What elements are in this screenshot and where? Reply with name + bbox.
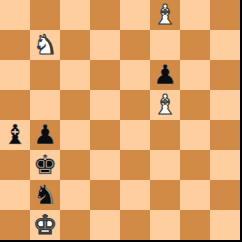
chessboard-frame: ♝♞♟♝♝♟♚♞♚ bbox=[0, 0, 242, 242]
square-f3[interactable] bbox=[150, 150, 180, 180]
square-c4[interactable] bbox=[60, 120, 90, 150]
square-f1[interactable] bbox=[150, 210, 180, 240]
square-c2[interactable] bbox=[60, 180, 90, 210]
square-a4[interactable]: ♝ bbox=[0, 120, 30, 150]
piece-white-knight-b7[interactable]: ♞ bbox=[33, 30, 57, 60]
square-g1[interactable] bbox=[180, 210, 210, 240]
piece-white-king-b1[interactable]: ♚ bbox=[33, 210, 57, 240]
square-g8[interactable] bbox=[180, 0, 210, 30]
square-c1[interactable] bbox=[60, 210, 90, 240]
square-c3[interactable] bbox=[60, 150, 90, 180]
square-c7[interactable] bbox=[60, 30, 90, 60]
square-f8[interactable]: ♝ bbox=[150, 0, 180, 30]
square-a5[interactable] bbox=[0, 90, 30, 120]
square-g4[interactable] bbox=[180, 120, 210, 150]
square-g3[interactable] bbox=[180, 150, 210, 180]
piece-black-king-b3[interactable]: ♚ bbox=[33, 150, 57, 180]
square-d8[interactable] bbox=[90, 0, 120, 30]
square-f2[interactable] bbox=[150, 180, 180, 210]
square-a3[interactable] bbox=[0, 150, 30, 180]
square-d7[interactable] bbox=[90, 30, 120, 60]
square-h1[interactable] bbox=[210, 210, 240, 240]
piece-white-bishop-f5[interactable]: ♝ bbox=[153, 90, 177, 120]
square-a8[interactable] bbox=[0, 0, 30, 30]
chessboard: ♝♞♟♝♝♟♚♞♚ bbox=[0, 0, 240, 240]
square-a2[interactable] bbox=[0, 180, 30, 210]
square-f5[interactable]: ♝ bbox=[150, 90, 180, 120]
square-e2[interactable] bbox=[120, 180, 150, 210]
square-h8[interactable] bbox=[210, 0, 240, 30]
square-d1[interactable] bbox=[90, 210, 120, 240]
square-e5[interactable] bbox=[120, 90, 150, 120]
piece-black-bishop-a4[interactable]: ♝ bbox=[3, 120, 27, 150]
square-h7[interactable] bbox=[210, 30, 240, 60]
square-e4[interactable] bbox=[120, 120, 150, 150]
piece-white-bishop-f8[interactable]: ♝ bbox=[153, 0, 177, 30]
square-a1[interactable] bbox=[0, 210, 30, 240]
square-d5[interactable] bbox=[90, 90, 120, 120]
square-c5[interactable] bbox=[60, 90, 90, 120]
square-e8[interactable] bbox=[120, 0, 150, 30]
square-h5[interactable] bbox=[210, 90, 240, 120]
square-c8[interactable] bbox=[60, 0, 90, 30]
square-b8[interactable] bbox=[30, 0, 60, 30]
square-e1[interactable] bbox=[120, 210, 150, 240]
square-d6[interactable] bbox=[90, 60, 120, 90]
square-g5[interactable] bbox=[180, 90, 210, 120]
square-d2[interactable] bbox=[90, 180, 120, 210]
square-g2[interactable] bbox=[180, 180, 210, 210]
square-h4[interactable] bbox=[210, 120, 240, 150]
square-f4[interactable] bbox=[150, 120, 180, 150]
square-h3[interactable] bbox=[210, 150, 240, 180]
square-h2[interactable] bbox=[210, 180, 240, 210]
square-a7[interactable] bbox=[0, 30, 30, 60]
piece-black-pawn-b4[interactable]: ♟ bbox=[33, 120, 57, 150]
square-f7[interactable] bbox=[150, 30, 180, 60]
square-b3[interactable]: ♚ bbox=[30, 150, 60, 180]
piece-black-knight-b2[interactable]: ♞ bbox=[33, 180, 57, 210]
square-d3[interactable] bbox=[90, 150, 120, 180]
square-b2[interactable]: ♞ bbox=[30, 180, 60, 210]
square-c6[interactable] bbox=[60, 60, 90, 90]
square-e3[interactable] bbox=[120, 150, 150, 180]
square-b6[interactable] bbox=[30, 60, 60, 90]
piece-black-pawn-f6[interactable]: ♟ bbox=[153, 60, 177, 90]
square-h6[interactable] bbox=[210, 60, 240, 90]
square-b4[interactable]: ♟ bbox=[30, 120, 60, 150]
square-b5[interactable] bbox=[30, 90, 60, 120]
square-g6[interactable] bbox=[180, 60, 210, 90]
square-e7[interactable] bbox=[120, 30, 150, 60]
square-e6[interactable] bbox=[120, 60, 150, 90]
square-g7[interactable] bbox=[180, 30, 210, 60]
square-b1[interactable]: ♚ bbox=[30, 210, 60, 240]
square-a6[interactable] bbox=[0, 60, 30, 90]
square-d4[interactable] bbox=[90, 120, 120, 150]
square-b7[interactable]: ♞ bbox=[30, 30, 60, 60]
square-f6[interactable]: ♟ bbox=[150, 60, 180, 90]
